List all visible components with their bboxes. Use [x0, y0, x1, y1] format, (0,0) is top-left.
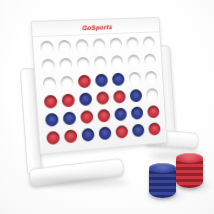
- empty-hole: [126, 36, 139, 49]
- cell-r4-c2: [58, 90, 77, 109]
- cell-r4-c1: [41, 92, 60, 111]
- cell-r2-c4: [91, 53, 109, 72]
- empty-hole: [109, 37, 122, 50]
- empty-hole: [146, 87, 158, 100]
- cell-r1-c2: [55, 37, 74, 56]
- empty-hole: [143, 53, 155, 66]
- red-disc: [77, 74, 90, 88]
- cell-r3-c6: [126, 69, 144, 87]
- cell-r6-c3: [78, 125, 96, 144]
- blue-disc: [62, 111, 76, 125]
- cell-r2-c2: [56, 55, 75, 74]
- board-grid: [37, 33, 163, 147]
- empty-hole: [59, 57, 73, 71]
- coin-edge: [176, 182, 203, 188]
- empty-hole: [41, 58, 55, 72]
- red-disc: [80, 110, 93, 124]
- empty-hole: [75, 39, 88, 52]
- blue-disc: [78, 92, 91, 106]
- cell-r5-c3: [77, 107, 95, 126]
- board-face: GoSports: [31, 17, 168, 155]
- cell-r1-c4: [90, 35, 108, 53]
- empty-hole: [127, 54, 140, 67]
- red-disc-stack-top: [176, 153, 203, 163]
- empty-hole: [42, 76, 56, 90]
- left-foot-shadow: [28, 178, 128, 186]
- empty-hole: [110, 55, 123, 68]
- blue-disc-stack-top: [149, 163, 176, 173]
- red-disc: [43, 94, 57, 108]
- cell-r6-c7: [145, 119, 162, 138]
- cell-r4-c6: [127, 86, 145, 105]
- cell-r6-c4: [96, 123, 114, 142]
- red-disc: [96, 91, 109, 105]
- red-disc: [113, 90, 126, 103]
- cell-r1-c3: [72, 36, 90, 55]
- cell-r2-c3: [73, 54, 91, 73]
- empty-hole: [144, 70, 156, 83]
- empty-hole: [39, 40, 53, 54]
- blue-disc: [81, 127, 94, 141]
- cell-r6-c6: [129, 121, 146, 140]
- cell-r4-c4: [93, 88, 111, 107]
- blue-disc: [111, 72, 124, 85]
- blue-disc: [130, 106, 143, 119]
- red-disc: [46, 130, 60, 144]
- cell-r4-c7: [143, 85, 160, 103]
- blue-disc: [131, 123, 144, 137]
- cell-r3-c4: [92, 71, 110, 90]
- cell-r3-c3: [75, 72, 93, 91]
- blue-disc-stack: [149, 168, 176, 198]
- red-disc: [63, 129, 76, 143]
- cell-r6-c2: [61, 126, 80, 145]
- empty-hole: [60, 75, 74, 89]
- cell-r1-c6: [123, 34, 141, 52]
- red-disc-stack: [176, 158, 203, 188]
- empty-hole: [76, 56, 89, 70]
- cell-r5-c5: [111, 105, 129, 124]
- product-photo-background: GoSports: [0, 0, 214, 214]
- cell-r3-c7: [142, 68, 159, 86]
- cell-r6-c1: [43, 128, 62, 148]
- cell-r1-c5: [107, 35, 125, 53]
- blue-disc: [114, 107, 127, 121]
- cell-r3-c5: [109, 70, 127, 89]
- red-disc: [147, 105, 159, 118]
- cell-r5-c7: [144, 102, 161, 120]
- cell-r5-c2: [60, 108, 79, 127]
- red-disc: [61, 93, 75, 107]
- empty-hole: [93, 56, 106, 69]
- cell-r5-c4: [94, 106, 112, 125]
- cell-r2-c7: [141, 51, 158, 69]
- coin-edge: [149, 192, 176, 198]
- red-disc: [97, 108, 110, 122]
- blue-disc: [98, 126, 111, 140]
- empty-hole: [57, 39, 71, 53]
- cell-r1-c7: [140, 33, 157, 51]
- red-disc: [115, 125, 128, 139]
- red-disc: [148, 122, 160, 135]
- empty-hole: [128, 71, 141, 84]
- cell-r5-c6: [128, 103, 146, 122]
- blue-disc: [94, 73, 107, 87]
- cell-r2-c1: [38, 55, 57, 74]
- cell-r6-c5: [112, 122, 130, 141]
- cell-r5-c1: [42, 110, 61, 129]
- cell-r1-c1: [37, 37, 56, 56]
- empty-hole: [92, 38, 105, 51]
- brand-logo: GoSports: [82, 23, 112, 31]
- empty-hole: [142, 36, 154, 49]
- cell-r4-c3: [76, 89, 94, 108]
- cell-r2-c5: [108, 52, 126, 70]
- blue-disc: [129, 89, 142, 102]
- cell-r3-c1: [39, 74, 58, 93]
- blue-disc: [45, 112, 59, 126]
- cell-r4-c5: [110, 87, 128, 106]
- cell-r3-c2: [57, 73, 76, 92]
- cell-r2-c6: [124, 51, 142, 69]
